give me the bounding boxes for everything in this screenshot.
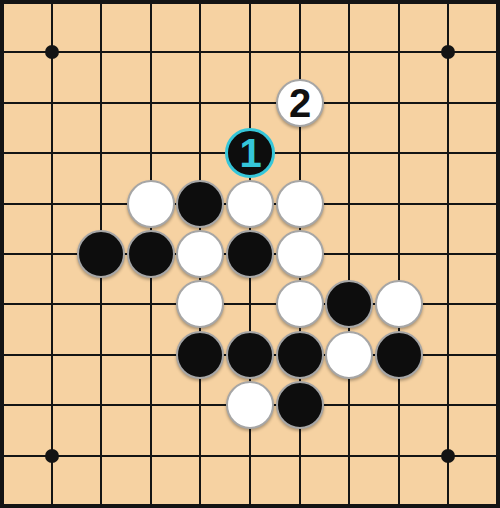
stones-layer: 21 — [0, 0, 500, 508]
black-stone-move-1: 1 — [225, 128, 275, 178]
white-stone — [127, 180, 175, 228]
white-stone — [325, 331, 373, 379]
white-stone-move-2: 2 — [276, 79, 324, 127]
go-board[interactable]: 21 — [0, 0, 500, 508]
black-stone — [77, 230, 125, 278]
white-stone — [226, 180, 274, 228]
black-stone — [176, 180, 224, 228]
black-stone — [127, 230, 175, 278]
white-stone — [276, 280, 324, 328]
black-stone — [176, 331, 224, 379]
black-stone — [226, 331, 274, 379]
black-stone — [276, 331, 324, 379]
white-stone — [276, 180, 324, 228]
move-number-label: 1 — [239, 133, 260, 173]
white-stone — [176, 230, 224, 278]
black-stone — [226, 230, 274, 278]
black-stone — [325, 280, 373, 328]
white-stone — [176, 280, 224, 328]
white-stone — [226, 381, 274, 429]
white-stone — [375, 280, 423, 328]
move-number-label: 2 — [289, 83, 310, 123]
white-stone — [276, 230, 324, 278]
black-stone — [276, 381, 324, 429]
black-stone — [375, 331, 423, 379]
